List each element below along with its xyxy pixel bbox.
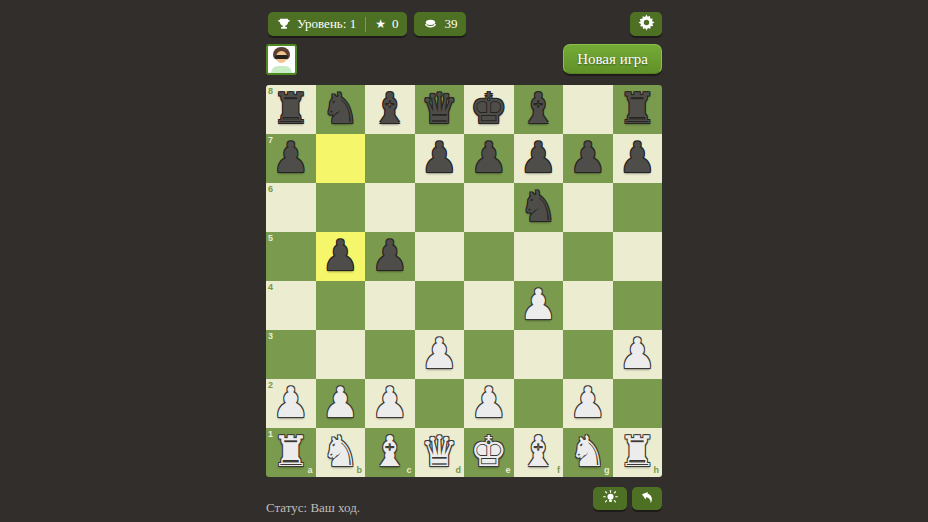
black-bishop[interactable]: ♝ [514,85,564,134]
square-d5[interactable] [415,232,465,281]
square-g2[interactable]: ♟ [563,379,613,428]
rank-label-4: 4 [268,283,273,292]
square-b6[interactable] [316,183,366,232]
rank-label-6: 6 [268,185,273,194]
square-f8[interactable]: ♝ [514,85,564,134]
coin-count: 39 [444,16,457,32]
black-queen[interactable]: ♛ [415,85,465,134]
square-g4[interactable] [563,281,613,330]
white-pawn[interactable]: ♟ [514,281,564,330]
square-e4[interactable] [464,281,514,330]
white-rook[interactable]: ♜ [613,428,663,477]
white-pawn[interactable]: ♟ [464,379,514,428]
black-rook[interactable]: ♜ [266,85,316,134]
pill-divider [365,17,366,32]
square-g5[interactable] [563,232,613,281]
square-h6[interactable] [613,183,663,232]
square-f4[interactable]: ♟ [514,281,564,330]
square-c3[interactable] [365,330,415,379]
square-c8[interactable]: ♝ [365,85,415,134]
black-bishop[interactable]: ♝ [365,85,415,134]
star-icon: ★ [375,18,386,30]
square-b1[interactable]: b♞ [316,428,366,477]
square-d2[interactable] [415,379,465,428]
square-e8[interactable]: ♚ [464,85,514,134]
square-c7[interactable] [365,134,415,183]
black-pawn[interactable]: ♟ [415,134,465,183]
white-pawn[interactable]: ♟ [613,330,663,379]
avatar-shirt [271,66,292,74]
white-pawn[interactable]: ♟ [365,379,415,428]
square-h3[interactable]: ♟ [613,330,663,379]
new-game-button[interactable]: Новая игра [563,44,662,74]
black-pawn[interactable]: ♟ [563,134,613,183]
square-d7[interactable]: ♟ [415,134,465,183]
square-e6[interactable] [464,183,514,232]
square-a1[interactable]: 1a♜ [266,428,316,477]
square-f7[interactable]: ♟ [514,134,564,183]
square-g3[interactable] [563,330,613,379]
square-a8[interactable]: 8♜ [266,85,316,134]
square-a2[interactable]: 2♟ [266,379,316,428]
player-avatar[interactable] [266,44,297,75]
square-b5[interactable]: ♟ [316,232,366,281]
black-pawn[interactable]: ♟ [266,134,316,183]
black-pawn[interactable]: ♟ [464,134,514,183]
chess-board: 8♜♞♝♛♚♝♜7♟♟♟♟♟♟6♞5♟♟4♟3♟♟2♟♟♟♟♟1a♜b♞c♝d♛… [266,85,662,477]
square-h7[interactable]: ♟ [613,134,663,183]
square-e7[interactable]: ♟ [464,134,514,183]
square-f3[interactable] [514,330,564,379]
black-pawn[interactable]: ♟ [613,134,663,183]
square-d4[interactable] [415,281,465,330]
square-a3[interactable]: 3 [266,330,316,379]
black-pawn[interactable]: ♟ [365,232,415,281]
square-b2[interactable]: ♟ [316,379,366,428]
square-a6[interactable]: 6 [266,183,316,232]
square-g6[interactable] [563,183,613,232]
square-f6[interactable]: ♞ [514,183,564,232]
white-knight[interactable]: ♞ [563,428,613,477]
square-c6[interactable] [365,183,415,232]
game-column: Уровень: 1 ★ 0 39 Нов [266,0,662,522]
level-pill: Уровень: 1 ★ 0 [268,12,407,36]
square-e1[interactable]: e♚ [464,428,514,477]
hint-button[interactable] [593,487,627,510]
white-bishop[interactable]: ♝ [514,428,564,477]
square-e3[interactable] [464,330,514,379]
white-queen[interactable]: ♛ [415,428,465,477]
square-d3[interactable]: ♟ [415,330,465,379]
square-c2[interactable]: ♟ [365,379,415,428]
black-king[interactable]: ♚ [464,85,514,134]
square-c4[interactable] [365,281,415,330]
square-e5[interactable] [464,232,514,281]
square-g1[interactable]: g♞ [563,428,613,477]
square-h2[interactable] [613,379,663,428]
gear-icon [638,14,655,34]
avatar-sunglasses [275,55,288,59]
square-f2[interactable] [514,379,564,428]
white-pawn[interactable]: ♟ [563,379,613,428]
square-b8[interactable]: ♞ [316,85,366,134]
white-king[interactable]: ♚ [464,428,514,477]
trophy-icon [277,17,291,31]
square-f5[interactable] [514,232,564,281]
black-pawn[interactable]: ♟ [316,232,366,281]
square-d1[interactable]: d♛ [415,428,465,477]
square-a4[interactable]: 4 [266,281,316,330]
black-knight[interactable]: ♞ [514,183,564,232]
undo-icon [636,486,658,510]
square-b4[interactable] [316,281,366,330]
square-d8[interactable]: ♛ [415,85,465,134]
square-b3[interactable] [316,330,366,379]
white-pawn[interactable]: ♟ [316,379,366,428]
white-pawn[interactable]: ♟ [415,330,465,379]
square-a5[interactable]: 5 [266,232,316,281]
square-g7[interactable]: ♟ [563,134,613,183]
undo-button[interactable] [632,487,662,510]
status-text: Статус: Ваш ход. [266,500,360,516]
white-pawn[interactable]: ♟ [266,379,316,428]
square-e2[interactable]: ♟ [464,379,514,428]
square-h1[interactable]: h♜ [613,428,663,477]
white-rook[interactable]: ♜ [266,428,316,477]
square-b7[interactable] [316,134,366,183]
rank-label-3: 3 [268,332,273,341]
stats-bar: Уровень: 1 ★ 0 39 [268,12,466,36]
square-d6[interactable] [415,183,465,232]
star-count: 0 [392,16,399,32]
square-f1[interactable]: f♝ [514,428,564,477]
black-rook[interactable]: ♜ [613,85,663,134]
square-h8[interactable]: ♜ [613,85,663,134]
black-pawn[interactable]: ♟ [514,134,564,183]
rank-label-5: 5 [268,234,273,243]
white-knight[interactable]: ♞ [316,428,366,477]
coins-icon [423,17,438,31]
coins-pill: 39 [414,12,466,36]
black-knight[interactable]: ♞ [316,85,366,134]
square-a7[interactable]: 7♟ [266,134,316,183]
white-bishop[interactable]: ♝ [365,428,415,477]
square-c1[interactable]: c♝ [365,428,415,477]
square-h4[interactable] [613,281,663,330]
settings-button[interactable] [630,12,662,36]
lightbulb-icon [602,489,619,509]
square-h5[interactable] [613,232,663,281]
square-c5[interactable]: ♟ [365,232,415,281]
level-label: Уровень: 1 [297,16,356,32]
square-g8[interactable] [563,85,613,134]
